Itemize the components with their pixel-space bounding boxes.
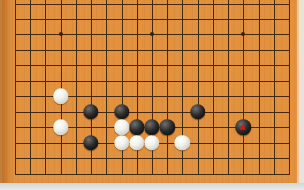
- star-point: [59, 32, 63, 36]
- grid-line-horizontal: [15, 50, 290, 51]
- stone-black: [236, 119, 251, 134]
- stone-white: [129, 135, 144, 150]
- grid-line-vertical: [76, 0, 77, 175]
- grid-line-vertical: [274, 0, 275, 175]
- grid-line-vertical: [61, 0, 62, 175]
- stone-black: [144, 119, 159, 134]
- stone-white: [175, 135, 190, 150]
- grid-line-vertical: [243, 0, 244, 175]
- grid-line-vertical: [259, 0, 260, 175]
- grid-line-horizontal: [15, 4, 290, 5]
- grid-line-vertical: [198, 0, 199, 175]
- go-app-screenshot: [0, 0, 304, 190]
- stone-black: [159, 119, 174, 134]
- stone-white: [144, 135, 159, 150]
- go-board[interactable]: [0, 0, 299, 183]
- grid-line-vertical: [15, 0, 16, 175]
- grid-line-horizontal: [15, 81, 290, 82]
- page-bottom-margin: [0, 183, 304, 190]
- stone-white: [53, 89, 68, 104]
- grid-line-vertical: [167, 0, 168, 175]
- star-point: [150, 32, 154, 36]
- grid-line-vertical: [30, 0, 31, 175]
- stone-black: [83, 104, 98, 119]
- grid-line-vertical: [45, 0, 46, 175]
- stone-black: [190, 104, 205, 119]
- grid-line-horizontal: [15, 158, 290, 159]
- stone-black: [114, 104, 129, 119]
- grid-line-vertical: [106, 0, 107, 175]
- stone-black: [83, 135, 98, 150]
- page-right-margin: [299, 0, 304, 190]
- grid-line-horizontal: [15, 19, 290, 20]
- stone-white: [114, 135, 129, 150]
- stone-white: [114, 119, 129, 134]
- star-point: [241, 32, 245, 36]
- grid-line-vertical: [228, 0, 229, 175]
- stone-black: [129, 119, 144, 134]
- grid-line-vertical: [213, 0, 214, 175]
- stone-white: [53, 119, 68, 134]
- grid-line-horizontal: [15, 112, 290, 113]
- grid-line-horizontal: [15, 65, 290, 66]
- last-move-marker: [240, 124, 246, 130]
- grid-line-horizontal: [15, 174, 290, 175]
- grid-line-vertical: [289, 0, 290, 175]
